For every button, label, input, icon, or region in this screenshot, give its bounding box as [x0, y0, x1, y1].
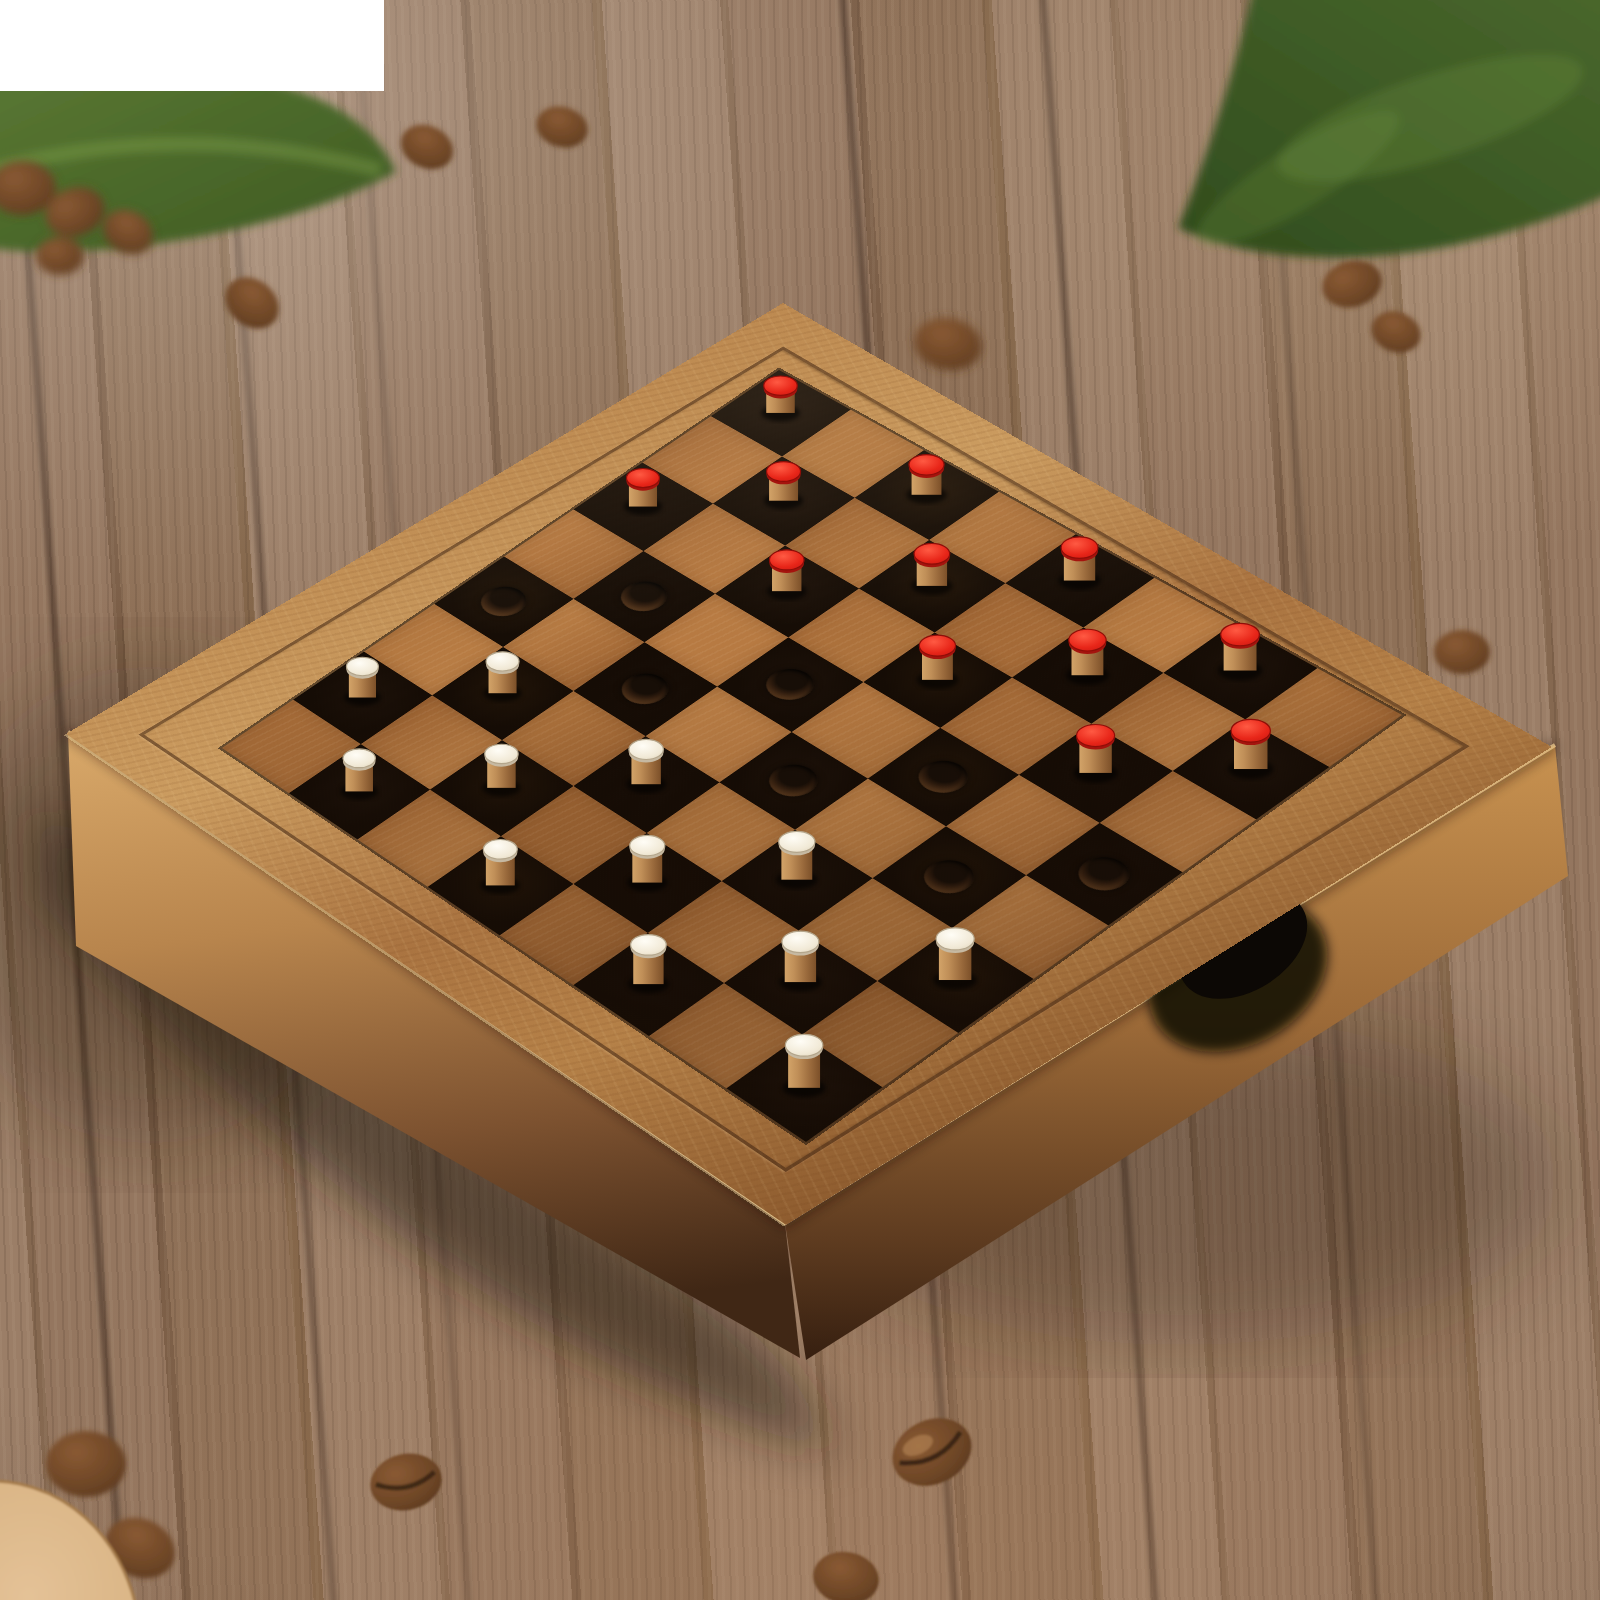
peg-hole[interactable]	[759, 758, 827, 803]
peg-hole[interactable]	[612, 667, 678, 710]
peg-hole[interactable]	[1068, 850, 1140, 897]
peg-hole[interactable]	[756, 663, 823, 707]
photo-scene	[0, 0, 1600, 1600]
peg-hole[interactable]	[914, 853, 985, 900]
watermark-box	[0, 0, 384, 91]
coffee-beans-foreground	[0, 1406, 983, 1600]
peg-hole[interactable]	[908, 754, 978, 799]
peg-hole[interactable]	[612, 575, 677, 617]
green-leaf-top-right	[1178, 0, 1600, 266]
peg-hole[interactable]	[472, 581, 536, 623]
